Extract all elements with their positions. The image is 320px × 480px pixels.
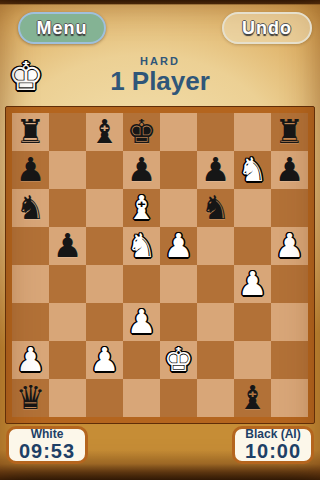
black-bishop: ♝ bbox=[238, 379, 268, 417]
chess-app-screen: Menu Undo ♚ HARD 1 Player ♜♝♚♜♟♟♟♞♟♞♝♞♟♞… bbox=[0, 0, 320, 480]
square-c4[interactable] bbox=[86, 265, 123, 303]
square-d6[interactable]: ♝ bbox=[123, 189, 160, 227]
square-h5[interactable]: ♟ bbox=[271, 227, 308, 265]
chess-board: ♜♝♚♜♟♟♟♞♟♞♝♞♟♞♟♟♟♟♟♟♚♛♝ bbox=[12, 113, 308, 417]
square-f3[interactable] bbox=[197, 303, 234, 341]
square-d3[interactable]: ♟ bbox=[123, 303, 160, 341]
square-f7[interactable]: ♟ bbox=[197, 151, 234, 189]
square-f2[interactable] bbox=[197, 341, 234, 379]
black-pawn: ♟ bbox=[16, 151, 46, 189]
square-b3[interactable] bbox=[49, 303, 86, 341]
square-g7[interactable]: ♞ bbox=[234, 151, 271, 189]
square-h4[interactable] bbox=[271, 265, 308, 303]
white-pawn: ♟ bbox=[164, 227, 194, 265]
square-c3[interactable] bbox=[86, 303, 123, 341]
menu-button[interactable]: Menu bbox=[18, 12, 106, 44]
square-c2[interactable]: ♟ bbox=[86, 341, 123, 379]
square-f6[interactable]: ♞ bbox=[197, 189, 234, 227]
square-d2[interactable] bbox=[123, 341, 160, 379]
square-e2[interactable]: ♚ bbox=[160, 341, 197, 379]
square-d4[interactable] bbox=[123, 265, 160, 303]
black-pawn: ♟ bbox=[275, 151, 305, 189]
square-b6[interactable] bbox=[49, 189, 86, 227]
square-d8[interactable]: ♚ bbox=[123, 113, 160, 151]
white-king: ♚ bbox=[164, 341, 194, 379]
square-c1[interactable] bbox=[86, 379, 123, 417]
square-b5[interactable]: ♟ bbox=[49, 227, 86, 265]
square-c8[interactable]: ♝ bbox=[86, 113, 123, 151]
square-g2[interactable] bbox=[234, 341, 271, 379]
square-e7[interactable] bbox=[160, 151, 197, 189]
white-clock-time: 09:53 bbox=[19, 441, 75, 462]
square-e3[interactable] bbox=[160, 303, 197, 341]
square-a3[interactable] bbox=[12, 303, 49, 341]
square-g8[interactable] bbox=[234, 113, 271, 151]
black-pawn: ♟ bbox=[53, 227, 83, 265]
page-title: 1 Player bbox=[0, 66, 320, 97]
black-king: ♚ bbox=[127, 113, 157, 151]
square-h3[interactable] bbox=[271, 303, 308, 341]
white-pawn: ♟ bbox=[16, 341, 46, 379]
square-a7[interactable]: ♟ bbox=[12, 151, 49, 189]
square-b2[interactable] bbox=[49, 341, 86, 379]
white-pawn: ♟ bbox=[238, 265, 268, 303]
square-g3[interactable] bbox=[234, 303, 271, 341]
black-knight: ♞ bbox=[201, 189, 231, 227]
square-f8[interactable] bbox=[197, 113, 234, 151]
square-c5[interactable] bbox=[86, 227, 123, 265]
square-e1[interactable] bbox=[160, 379, 197, 417]
square-g1[interactable]: ♝ bbox=[234, 379, 271, 417]
square-c7[interactable] bbox=[86, 151, 123, 189]
white-pawn: ♟ bbox=[275, 227, 305, 265]
square-d5[interactable]: ♞ bbox=[123, 227, 160, 265]
white-knight: ♞ bbox=[238, 151, 268, 189]
black-pawn: ♟ bbox=[127, 151, 157, 189]
square-a6[interactable]: ♞ bbox=[12, 189, 49, 227]
black-rook: ♜ bbox=[275, 113, 305, 151]
square-h8[interactable]: ♜ bbox=[271, 113, 308, 151]
black-bishop: ♝ bbox=[90, 113, 120, 151]
black-pawn: ♟ bbox=[201, 151, 231, 189]
square-b7[interactable] bbox=[49, 151, 86, 189]
square-e5[interactable]: ♟ bbox=[160, 227, 197, 265]
square-a5[interactable] bbox=[12, 227, 49, 265]
square-a1[interactable]: ♛ bbox=[12, 379, 49, 417]
black-knight: ♞ bbox=[16, 189, 46, 227]
white-pawn: ♟ bbox=[90, 341, 120, 379]
square-e8[interactable] bbox=[160, 113, 197, 151]
square-g4[interactable]: ♟ bbox=[234, 265, 271, 303]
square-h6[interactable] bbox=[271, 189, 308, 227]
board-frame: ♜♝♚♜♟♟♟♞♟♞♝♞♟♞♟♟♟♟♟♟♚♛♝ bbox=[5, 106, 315, 424]
square-h1[interactable] bbox=[271, 379, 308, 417]
black-queen: ♛ bbox=[16, 379, 46, 417]
square-g6[interactable] bbox=[234, 189, 271, 227]
black-clock-time: 10:00 bbox=[245, 441, 301, 462]
square-b4[interactable] bbox=[49, 265, 86, 303]
square-a8[interactable]: ♜ bbox=[12, 113, 49, 151]
square-f1[interactable] bbox=[197, 379, 234, 417]
square-a4[interactable] bbox=[12, 265, 49, 303]
black-clock: Black (AI) 10:00 bbox=[232, 426, 314, 464]
black-rook: ♜ bbox=[16, 113, 46, 151]
square-f5[interactable] bbox=[197, 227, 234, 265]
square-e6[interactable] bbox=[160, 189, 197, 227]
square-d1[interactable] bbox=[123, 379, 160, 417]
square-b1[interactable] bbox=[49, 379, 86, 417]
square-g5[interactable] bbox=[234, 227, 271, 265]
undo-button[interactable]: Undo bbox=[222, 12, 312, 44]
square-h2[interactable] bbox=[271, 341, 308, 379]
white-knight: ♞ bbox=[127, 227, 157, 265]
white-bishop: ♝ bbox=[127, 189, 157, 227]
square-e4[interactable] bbox=[160, 265, 197, 303]
square-c6[interactable] bbox=[86, 189, 123, 227]
square-a2[interactable]: ♟ bbox=[12, 341, 49, 379]
white-clock: White 09:53 bbox=[6, 426, 88, 464]
square-f4[interactable] bbox=[197, 265, 234, 303]
white-pawn: ♟ bbox=[127, 303, 157, 341]
square-b8[interactable] bbox=[49, 113, 86, 151]
square-h7[interactable]: ♟ bbox=[271, 151, 308, 189]
square-d7[interactable]: ♟ bbox=[123, 151, 160, 189]
